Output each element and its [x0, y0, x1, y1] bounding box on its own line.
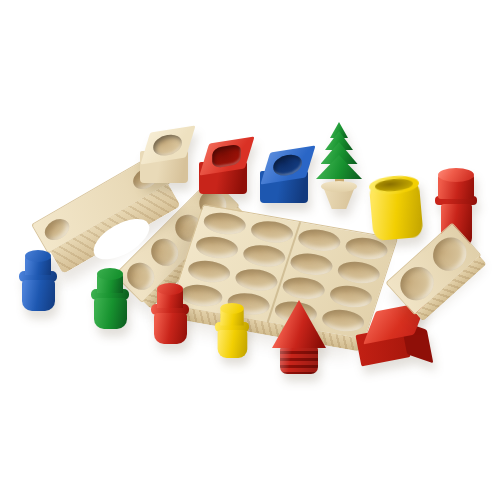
red-cube-recess: [213, 143, 241, 168]
board-hole-r2-c1[interactable]: [193, 234, 241, 262]
red-peg-piece[interactable]: [150, 283, 190, 344]
wood-cube-recess: [154, 132, 182, 157]
tree-tier-4: [316, 155, 362, 179]
capped-cylinder-cap: [438, 175, 474, 199]
strip2-hole-r1-c2[interactable]: [427, 231, 473, 277]
board-hole-r3-c3[interactable]: [280, 275, 328, 303]
green-peg-top: [97, 273, 123, 293]
red-peg-body: [154, 313, 187, 344]
blue-cube-recess: [274, 152, 302, 177]
board-hole-r3-c2[interactable]: [232, 266, 280, 294]
toy-set-photo-stage: [0, 0, 500, 500]
strip2-hole-r1-c1[interactable]: [394, 261, 440, 307]
board-hole-r2-c2[interactable]: [240, 242, 288, 270]
wood-open-cube-piece[interactable]: [140, 130, 192, 183]
blue-peg-top: [25, 255, 51, 275]
blue-open-cube-piece[interactable]: [260, 150, 312, 203]
board-hole-r1-c1[interactable]: [201, 210, 249, 238]
arch-hole-r1-c1[interactable]: [41, 214, 73, 243]
cone-tip: [272, 300, 326, 348]
yellow-peg-piece[interactable]: [214, 303, 250, 358]
tree-base-rim: [321, 181, 357, 192]
green-peg-piece[interactable]: [90, 268, 130, 329]
board-hole-r2-c3[interactable]: [287, 251, 335, 279]
board-hole-r3-c1[interactable]: [185, 258, 233, 286]
green-peg-body: [94, 298, 127, 329]
yellow-peg-top: [220, 308, 243, 326]
red-open-cube-piece[interactable]: [199, 141, 251, 194]
green-tree-piece[interactable]: [315, 122, 363, 209]
blue-peg-piece[interactable]: [18, 250, 58, 311]
blue-peg-body: [22, 280, 55, 311]
board-hole-r1-c3[interactable]: [295, 226, 343, 254]
board-hole-r1-c2[interactable]: [248, 218, 296, 246]
yellow-peg-body: [217, 330, 247, 358]
red-cone-piece[interactable]: [270, 300, 328, 380]
cone-ribbed-base: [280, 347, 318, 374]
strip4-hole-r1-c2[interactable]: [145, 233, 184, 272]
yellow-cylinder-cup-piece[interactable]: [368, 174, 423, 242]
red-peg-top: [157, 288, 183, 308]
board-hole-r2-c4[interactable]: [335, 259, 383, 287]
